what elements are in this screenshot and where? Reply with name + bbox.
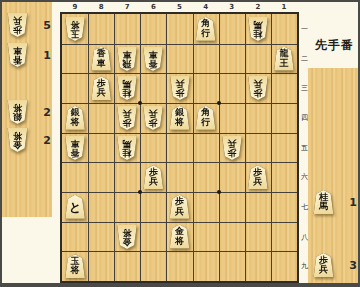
piece-face: 歩兵: [143, 106, 164, 130]
piece-face: 龍王: [273, 47, 294, 71]
shogi-piece-knight-gote[interactable]: 桂馬: [117, 136, 138, 160]
piece-face: 香車: [7, 43, 28, 67]
rank-label: 七: [301, 202, 308, 212]
board-line: [88, 14, 89, 281]
shogi-piece-silver-sente[interactable]: 銀将: [169, 106, 190, 130]
piece-face: 桂馬: [313, 190, 334, 214]
shogi-piece-lance-sente[interactable]: 香車: [91, 47, 112, 71]
shogi-piece-pawn-gote[interactable]: 歩兵: [117, 106, 138, 130]
shogi-piece-silver-sente[interactable]: 銀将: [65, 106, 86, 130]
shogi-piece-gold-gote[interactable]: 金将: [117, 225, 138, 249]
hand-row-pawn: 歩兵3: [308, 252, 358, 278]
piece-face: 銀将: [7, 100, 28, 124]
board-line: [140, 14, 141, 281]
file-label: 2: [255, 3, 260, 11]
hoshi-dot: [217, 190, 221, 194]
hand-row-gold: 金将2: [2, 127, 52, 153]
piece-face: 金将: [169, 225, 190, 249]
file-label: 3: [229, 3, 234, 11]
shogi-piece-king-gyoku-gote[interactable]: 玉将: [65, 17, 86, 41]
hand-count: 1: [43, 49, 51, 62]
hand-row-pawn: 歩兵5: [2, 12, 52, 38]
shogi-piece-knight-gote[interactable]: 桂馬: [247, 17, 268, 41]
board-line: [166, 14, 167, 281]
board-grid: 玉将角行桂馬香車飛車香車龍王歩兵桂馬歩兵歩兵銀将歩兵歩兵銀将角行香車桂馬歩兵歩兵…: [62, 14, 297, 281]
piece-face: 歩兵: [247, 76, 268, 100]
rank-label: 八: [301, 232, 308, 242]
rank-label: 一: [301, 24, 308, 34]
file-label: 4: [203, 3, 208, 11]
piece-face: 香車: [91, 47, 112, 71]
piece-face: 歩兵: [91, 76, 112, 100]
piece-face: 金将: [117, 225, 138, 249]
board-line: [62, 251, 297, 252]
piece-face: 歩兵: [221, 136, 242, 160]
piece-face: 銀将: [169, 106, 190, 130]
piece-face: 香車: [143, 47, 164, 71]
file-label: 1: [282, 3, 287, 11]
board-line: [62, 44, 297, 45]
shogi-piece-silver-gote[interactable]: 銀将: [7, 100, 28, 124]
shogi-piece-pawn-sente[interactable]: 歩兵: [143, 165, 164, 189]
hand-row-silver: 銀将2: [2, 99, 52, 125]
hoshi-dot: [138, 190, 142, 194]
hand-count: 5: [43, 19, 51, 32]
turn-indicator: 先手番: [315, 37, 354, 54]
shogi-piece-pawn-gote[interactable]: 歩兵: [169, 76, 190, 100]
shogi-piece-knight-sente[interactable]: 桂馬: [313, 190, 334, 214]
shogi-piece-gold-sente[interactable]: 金将: [169, 225, 190, 249]
hoshi-dot: [138, 101, 142, 105]
shogi-piece-king-gyoku-sente[interactable]: 玉将: [65, 254, 86, 278]
board-line: [271, 14, 272, 281]
piece-face: 玉将: [65, 17, 86, 41]
shogi-piece-pawn-sente[interactable]: 歩兵: [91, 76, 112, 100]
piece-face: 桂馬: [117, 76, 138, 100]
shogi-piece-knight-gote[interactable]: 桂馬: [117, 76, 138, 100]
file-label: 9: [73, 3, 78, 11]
shogi-piece-pawn-sente[interactable]: 歩兵: [313, 253, 334, 277]
file-label: 6: [151, 3, 156, 11]
rank-label: 三: [301, 83, 308, 93]
file-label: 5: [177, 3, 182, 11]
board-line: [62, 192, 297, 193]
board-line: [62, 73, 297, 74]
hand-count: 2: [43, 106, 51, 119]
shogi-piece-pawn-sente[interactable]: 歩兵: [169, 195, 190, 219]
hand-count: 2: [43, 134, 51, 147]
piece-face: 歩兵: [143, 165, 164, 189]
piece-face: 歩兵: [117, 106, 138, 130]
piece-face: 金将: [7, 128, 28, 152]
rank-label: 四: [301, 113, 308, 123]
piece-face: 香車: [65, 136, 86, 160]
hand-row-knight: 桂馬1: [308, 189, 358, 215]
shogi-piece-pawn-gote[interactable]: 歩兵: [143, 106, 164, 130]
board-line: [114, 14, 115, 281]
shogi-piece-gold-gote[interactable]: 金将: [7, 128, 28, 152]
rank-label: 二: [301, 54, 308, 64]
board-line: [62, 133, 297, 134]
shogi-board: 玉将角行桂馬香車飛車香車龍王歩兵桂馬歩兵歩兵銀将歩兵歩兵銀将角行香車桂馬歩兵歩兵…: [60, 12, 299, 283]
shogi-piece-lance-gote[interactable]: 香車: [7, 43, 28, 67]
shogi-piece-lance-gote[interactable]: 香車: [65, 136, 86, 160]
piece-face: 歩兵: [247, 165, 268, 189]
piece-face: と: [65, 195, 86, 219]
hoshi-dot: [217, 101, 221, 105]
piece-face: 玉将: [65, 254, 86, 278]
board-line: [62, 222, 297, 223]
piece-face: 歩兵: [313, 253, 334, 277]
shogi-piece-dragon-sente[interactable]: 龍王: [273, 47, 294, 71]
rank-label: 五: [301, 143, 308, 153]
piece-face: 歩兵: [169, 195, 190, 219]
hand-count: 3: [349, 259, 357, 272]
piece-face: 歩兵: [169, 76, 190, 100]
shogi-piece-tokin-sente[interactable]: と: [65, 195, 86, 219]
shogi-piece-pawn-gote[interactable]: 歩兵: [7, 13, 28, 37]
piece-face: 銀将: [65, 106, 86, 130]
piece-face: 飛車: [117, 47, 138, 71]
file-label: 7: [125, 3, 130, 11]
shogi-piece-bishop-sente[interactable]: 角行: [195, 106, 216, 130]
shogi-piece-pawn-gote[interactable]: 歩兵: [221, 136, 242, 160]
gote-captured-tray: 歩兵5香車1銀将2金将2: [2, 2, 52, 217]
piece-face: 歩兵: [7, 13, 28, 37]
board-line: [62, 162, 297, 163]
board-line: [193, 14, 194, 281]
shogi-piece-pawn-gote[interactable]: 歩兵: [247, 76, 268, 100]
hand-row-lance: 香車1: [2, 42, 52, 68]
file-label: 8: [99, 3, 104, 11]
sente-captured-tray: 桂馬1歩兵3: [308, 68, 358, 283]
board-line: [245, 14, 246, 281]
piece-face: 角行: [195, 106, 216, 130]
shogi-piece-lance-gote[interactable]: 香車: [143, 47, 164, 71]
shogi-app-window: 歩兵5香車1銀将2金将2 桂馬1歩兵3 玉将角行桂馬香車飛車香車龍王歩兵桂馬歩兵…: [0, 0, 360, 287]
rank-label: 九: [301, 261, 308, 271]
board-line: [219, 14, 220, 281]
hand-count: 1: [349, 196, 357, 209]
shogi-piece-rook-gote[interactable]: 飛車: [117, 47, 138, 71]
piece-face: 角行: [195, 17, 216, 41]
shogi-piece-bishop-sente[interactable]: 角行: [195, 17, 216, 41]
piece-face: 桂馬: [117, 136, 138, 160]
board-line: [62, 103, 297, 104]
piece-face: 桂馬: [247, 17, 268, 41]
shogi-piece-pawn-sente[interactable]: 歩兵: [247, 165, 268, 189]
rank-label: 六: [301, 172, 308, 182]
